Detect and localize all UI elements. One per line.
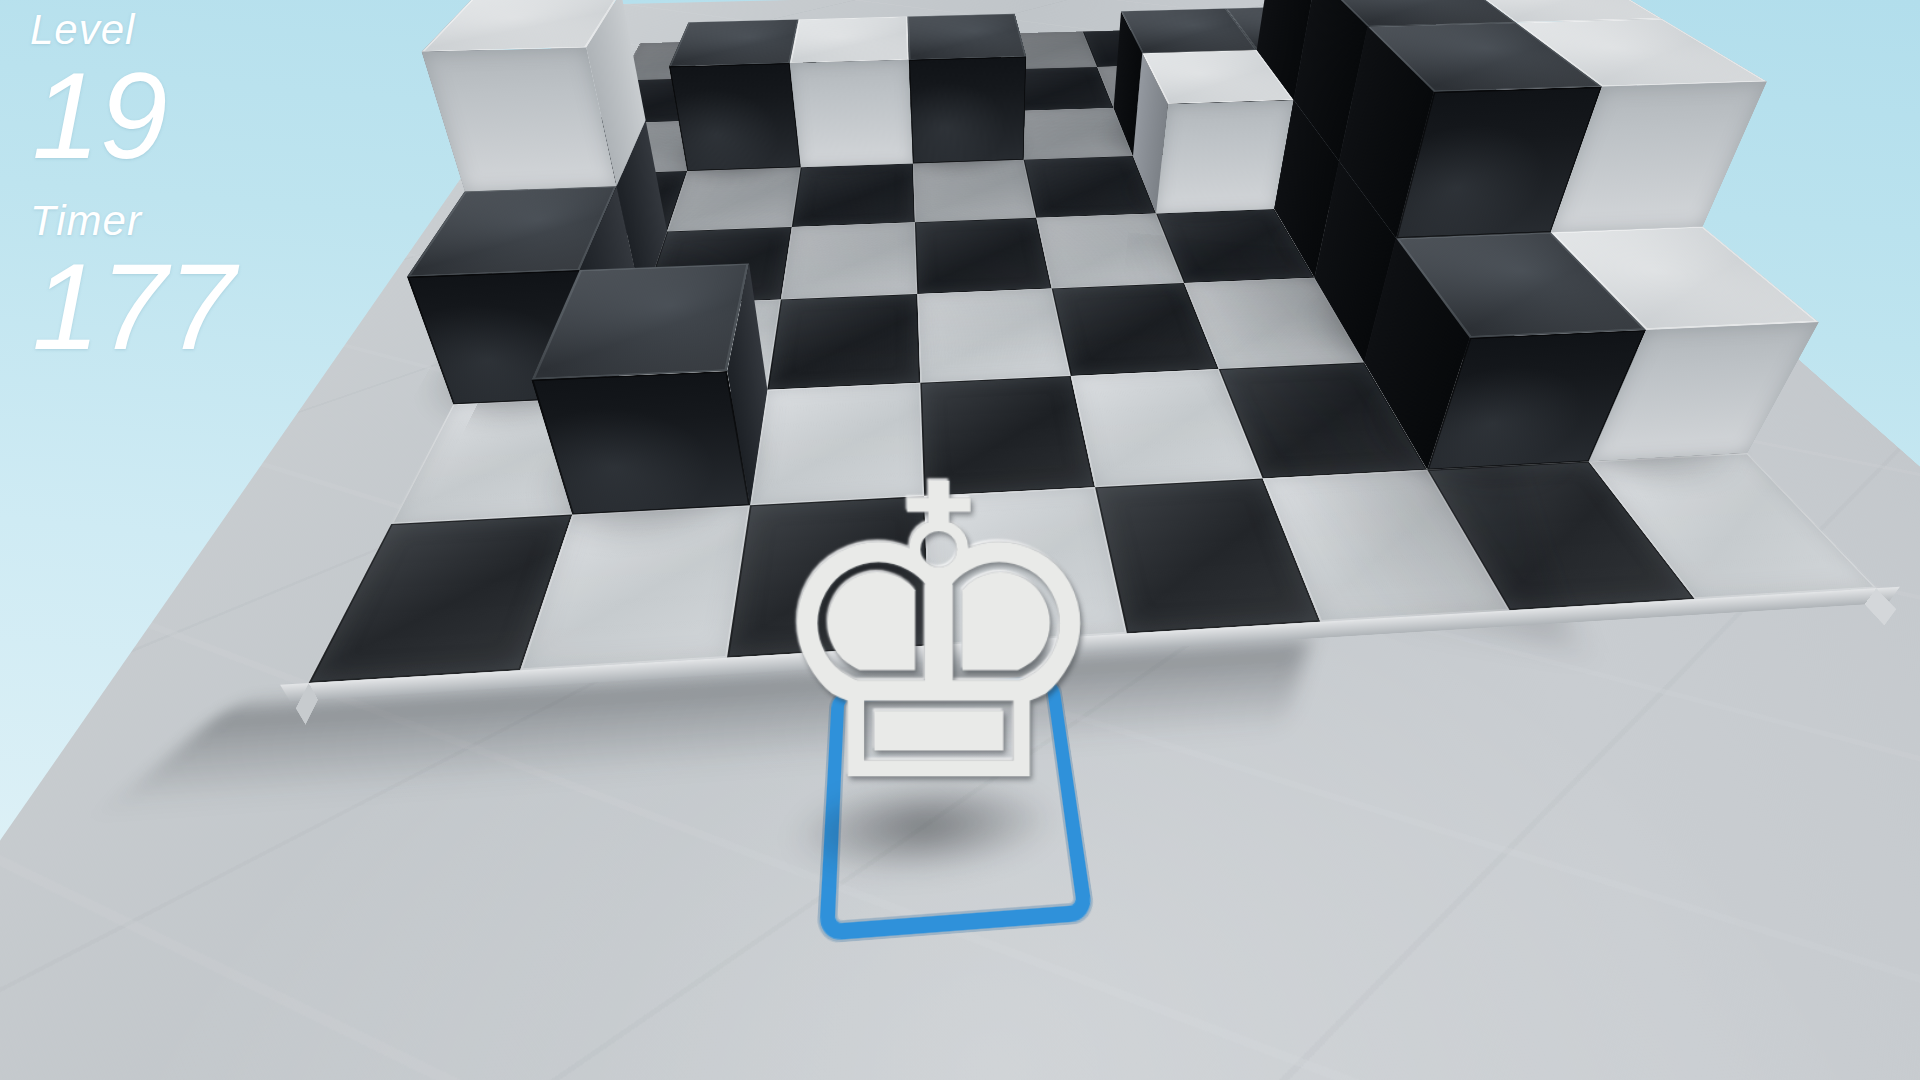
white-king-glyph: ♚ <box>757 434 1120 839</box>
level-label: Level <box>30 6 236 54</box>
timer-label: Timer <box>30 197 236 245</box>
timer-value: 177 <box>32 245 236 369</box>
hud: Level 19 Timer 177 <box>30 6 236 369</box>
marble-table <box>0 0 1506 5</box>
level-value: 19 <box>32 54 236 178</box>
game-scene: Level 19 Timer 177 ♚ <box>0 0 1920 1080</box>
